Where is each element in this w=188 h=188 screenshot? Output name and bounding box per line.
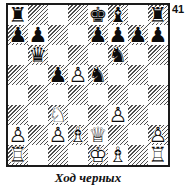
piece-black-pawn: ♟ xyxy=(88,25,108,45)
piece-white-pawn: ♟♙ xyxy=(148,125,168,145)
piece-white-knight: ♞♘ xyxy=(48,105,68,125)
piece-white-pawn: ♟♙ xyxy=(68,65,88,85)
piece-white-queen: ♛♕ xyxy=(88,125,108,145)
square-h1: ♜♖ xyxy=(148,145,168,165)
square-g4 xyxy=(128,85,148,105)
piece-white-bishop: ♝♗ xyxy=(68,125,88,145)
piece-black-knight: ♞ xyxy=(88,65,108,85)
square-e3 xyxy=(88,105,108,125)
square-c2: ♟♙ xyxy=(48,125,68,145)
square-e7: ♟ xyxy=(88,25,108,45)
piece-white-pawn: ♟♙ xyxy=(8,125,28,145)
square-b2 xyxy=(28,125,48,145)
square-e6 xyxy=(88,45,108,65)
square-e5: ♞ xyxy=(88,65,108,85)
square-e4 xyxy=(88,85,108,105)
square-a2: ♟♙ xyxy=(8,125,28,145)
square-f1: ♝♗ xyxy=(108,145,128,165)
piece-black-king: ♚ xyxy=(88,5,108,25)
square-h6 xyxy=(148,45,168,65)
square-g3 xyxy=(128,105,148,125)
square-b7: ♟ xyxy=(28,25,48,45)
square-b1 xyxy=(28,145,48,165)
piece-black-rook: ♜ xyxy=(148,5,168,25)
square-a6 xyxy=(8,45,28,65)
square-e1: ♚♔ xyxy=(88,145,108,165)
square-c8 xyxy=(48,5,68,25)
piece-black-pawn: ♟ xyxy=(148,25,168,45)
square-f5 xyxy=(108,65,128,85)
square-c5: ♟ xyxy=(48,65,68,85)
piece-black-pawn: ♟ xyxy=(48,65,68,85)
square-h7: ♟ xyxy=(148,25,168,45)
caption-side-to-move: Ход черных xyxy=(6,170,170,186)
square-f2 xyxy=(108,125,128,145)
square-g1 xyxy=(128,145,148,165)
square-g7: ♟ xyxy=(128,25,148,45)
piece-black-queen: ♛ xyxy=(28,45,48,65)
square-a5 xyxy=(8,65,28,85)
square-f7: ♟ xyxy=(108,25,128,45)
square-d8 xyxy=(68,5,88,25)
square-f4 xyxy=(108,85,128,105)
square-b3 xyxy=(28,105,48,125)
square-f6: ♞ xyxy=(108,45,128,65)
chess-board: ♜♚♝♜♟♟♟♟♟♟♛♞♟♟♙♞♞♘♟♙♟♙♟♙♝♗♛♕♟♙♜♖♚♔♝♗♜♖ xyxy=(6,3,170,167)
square-d1 xyxy=(68,145,88,165)
square-h5 xyxy=(148,65,168,85)
square-f8: ♝ xyxy=(108,5,128,25)
diagram-number: 41 xyxy=(172,3,184,15)
chess-book-diagram: ♜♚♝♜♟♟♟♟♟♟♛♞♟♟♙♞♞♘♟♙♟♙♟♙♝♗♛♕♟♙♜♖♚♔♝♗♜♖ 4… xyxy=(0,0,188,188)
square-c4 xyxy=(48,85,68,105)
square-b8 xyxy=(28,5,48,25)
piece-white-king: ♚♔ xyxy=(88,145,108,165)
piece-white-rook: ♜♖ xyxy=(8,145,28,165)
square-c6 xyxy=(48,45,68,65)
piece-black-pawn: ♟ xyxy=(128,25,148,45)
square-a3 xyxy=(8,105,28,125)
square-b5 xyxy=(28,65,48,85)
piece-white-bishop: ♝♗ xyxy=(108,145,128,165)
piece-black-knight: ♞ xyxy=(108,45,128,65)
square-h8: ♜ xyxy=(148,5,168,25)
square-g8 xyxy=(128,5,148,25)
square-d6 xyxy=(68,45,88,65)
square-h3 xyxy=(148,105,168,125)
square-h2: ♟♙ xyxy=(148,125,168,145)
square-d7 xyxy=(68,25,88,45)
square-a1: ♜♖ xyxy=(8,145,28,165)
square-e8: ♚ xyxy=(88,5,108,25)
square-g5 xyxy=(128,65,148,85)
square-h4 xyxy=(148,85,168,105)
piece-black-pawn: ♟ xyxy=(8,25,28,45)
piece-black-pawn: ♟ xyxy=(108,25,128,45)
piece-black-pawn: ♟ xyxy=(28,25,48,45)
square-g6 xyxy=(128,45,148,65)
piece-white-pawn: ♟♙ xyxy=(108,105,128,125)
square-a8: ♜ xyxy=(8,5,28,25)
square-f3: ♟♙ xyxy=(108,105,128,125)
square-c1 xyxy=(48,145,68,165)
square-a4 xyxy=(8,85,28,105)
square-b6: ♛ xyxy=(28,45,48,65)
square-d2: ♝♗ xyxy=(68,125,88,145)
piece-white-rook: ♜♖ xyxy=(148,145,168,165)
square-g2 xyxy=(128,125,148,145)
square-d3 xyxy=(68,105,88,125)
square-d5: ♟♙ xyxy=(68,65,88,85)
square-d4 xyxy=(68,85,88,105)
square-a7: ♟ xyxy=(8,25,28,45)
square-b4 xyxy=(28,85,48,105)
square-e2: ♛♕ xyxy=(88,125,108,145)
square-c3: ♞♘ xyxy=(48,105,68,125)
piece-white-pawn: ♟♙ xyxy=(48,125,68,145)
piece-black-bishop: ♝ xyxy=(108,5,128,25)
square-c7 xyxy=(48,25,68,45)
piece-black-rook: ♜ xyxy=(8,5,28,25)
